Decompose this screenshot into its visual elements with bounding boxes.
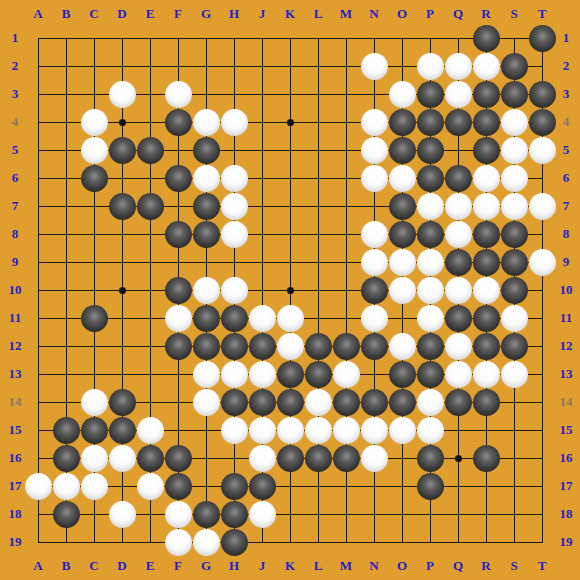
white-stone bbox=[165, 81, 192, 108]
white-stone bbox=[165, 305, 192, 332]
black-stone bbox=[137, 445, 164, 472]
row-label: 12 bbox=[5, 339, 25, 353]
white-stone bbox=[361, 53, 388, 80]
black-stone bbox=[445, 249, 472, 276]
black-stone bbox=[445, 305, 472, 332]
white-stone bbox=[193, 165, 220, 192]
white-stone bbox=[473, 53, 500, 80]
white-stone bbox=[389, 165, 416, 192]
row-label: 5 bbox=[556, 143, 576, 157]
column-label: F bbox=[168, 7, 188, 21]
black-stone bbox=[417, 109, 444, 136]
row-label: 4 bbox=[5, 115, 25, 129]
column-label: D bbox=[112, 559, 132, 573]
white-stone bbox=[361, 305, 388, 332]
column-label: R bbox=[476, 559, 496, 573]
column-label: H bbox=[224, 559, 244, 573]
column-label: P bbox=[420, 7, 440, 21]
hoshi-point bbox=[455, 455, 462, 462]
column-label: H bbox=[224, 7, 244, 21]
black-stone bbox=[417, 445, 444, 472]
black-stone bbox=[445, 109, 472, 136]
white-stone bbox=[361, 137, 388, 164]
white-stone bbox=[109, 445, 136, 472]
black-stone bbox=[473, 221, 500, 248]
column-label: D bbox=[112, 7, 132, 21]
white-stone bbox=[165, 501, 192, 528]
white-stone bbox=[193, 109, 220, 136]
column-label: M bbox=[336, 7, 356, 21]
black-stone bbox=[473, 25, 500, 52]
white-stone bbox=[333, 417, 360, 444]
black-stone bbox=[193, 221, 220, 248]
black-stone bbox=[305, 445, 332, 472]
black-stone bbox=[529, 25, 556, 52]
black-stone bbox=[501, 277, 528, 304]
black-stone bbox=[361, 389, 388, 416]
black-stone bbox=[109, 193, 136, 220]
column-label: N bbox=[364, 7, 384, 21]
white-stone bbox=[221, 193, 248, 220]
white-stone bbox=[417, 389, 444, 416]
row-label: 19 bbox=[5, 535, 25, 549]
white-stone bbox=[529, 249, 556, 276]
go-board[interactable]: ABCDEFGHJKLMNOPQRST ABCDEFGHJKLMNOPQRST … bbox=[0, 0, 580, 580]
white-stone bbox=[249, 361, 276, 388]
black-stone bbox=[473, 137, 500, 164]
white-stone bbox=[445, 277, 472, 304]
column-label: K bbox=[280, 7, 300, 21]
black-stone bbox=[305, 333, 332, 360]
white-stone bbox=[81, 389, 108, 416]
column-label: J bbox=[252, 7, 272, 21]
row-label: 11 bbox=[556, 311, 576, 325]
white-stone bbox=[417, 305, 444, 332]
row-label: 7 bbox=[5, 199, 25, 213]
black-stone bbox=[53, 417, 80, 444]
column-label: M bbox=[336, 559, 356, 573]
white-stone bbox=[361, 445, 388, 472]
black-stone bbox=[417, 137, 444, 164]
white-stone bbox=[81, 473, 108, 500]
column-label: P bbox=[420, 559, 440, 573]
column-label: C bbox=[84, 7, 104, 21]
black-stone bbox=[473, 249, 500, 276]
black-stone bbox=[81, 305, 108, 332]
white-stone bbox=[445, 333, 472, 360]
white-stone bbox=[417, 417, 444, 444]
black-stone bbox=[417, 361, 444, 388]
black-stone bbox=[417, 473, 444, 500]
column-label: B bbox=[56, 7, 76, 21]
white-stone bbox=[501, 361, 528, 388]
black-stone bbox=[333, 333, 360, 360]
black-stone bbox=[417, 333, 444, 360]
row-label: 11 bbox=[5, 311, 25, 325]
black-stone bbox=[389, 137, 416, 164]
white-stone bbox=[137, 473, 164, 500]
row-label: 15 bbox=[556, 423, 576, 437]
white-stone bbox=[445, 221, 472, 248]
column-label: S bbox=[504, 7, 524, 21]
column-label: B bbox=[56, 559, 76, 573]
black-stone bbox=[221, 501, 248, 528]
row-label: 3 bbox=[5, 87, 25, 101]
black-stone bbox=[445, 389, 472, 416]
column-label: L bbox=[308, 559, 328, 573]
column-label: Q bbox=[448, 7, 468, 21]
white-stone bbox=[473, 193, 500, 220]
black-stone bbox=[501, 221, 528, 248]
black-stone bbox=[221, 529, 248, 556]
black-stone bbox=[389, 361, 416, 388]
white-stone bbox=[361, 109, 388, 136]
white-stone bbox=[277, 305, 304, 332]
row-label: 3 bbox=[556, 87, 576, 101]
row-label: 15 bbox=[5, 423, 25, 437]
row-label: 9 bbox=[556, 255, 576, 269]
column-label: E bbox=[140, 559, 160, 573]
column-label: C bbox=[84, 559, 104, 573]
black-stone bbox=[333, 445, 360, 472]
column-label: O bbox=[392, 559, 412, 573]
black-stone bbox=[165, 221, 192, 248]
row-label: 10 bbox=[556, 283, 576, 297]
row-label: 13 bbox=[556, 367, 576, 381]
white-stone bbox=[445, 193, 472, 220]
row-label: 8 bbox=[5, 227, 25, 241]
black-stone bbox=[529, 109, 556, 136]
white-stone bbox=[193, 389, 220, 416]
column-label: N bbox=[364, 559, 384, 573]
row-label: 1 bbox=[5, 31, 25, 45]
white-stone bbox=[501, 109, 528, 136]
white-stone bbox=[389, 417, 416, 444]
black-stone bbox=[109, 389, 136, 416]
white-stone bbox=[221, 109, 248, 136]
column-label: R bbox=[476, 7, 496, 21]
black-stone bbox=[389, 193, 416, 220]
white-stone bbox=[81, 445, 108, 472]
black-stone bbox=[193, 501, 220, 528]
white-stone bbox=[361, 417, 388, 444]
black-stone bbox=[53, 501, 80, 528]
black-stone bbox=[277, 361, 304, 388]
black-stone bbox=[277, 389, 304, 416]
white-stone bbox=[389, 333, 416, 360]
row-label: 8 bbox=[556, 227, 576, 241]
column-label: J bbox=[252, 559, 272, 573]
white-stone bbox=[501, 165, 528, 192]
black-stone bbox=[389, 221, 416, 248]
row-label: 19 bbox=[556, 535, 576, 549]
black-stone bbox=[193, 333, 220, 360]
row-label: 17 bbox=[556, 479, 576, 493]
white-stone bbox=[249, 305, 276, 332]
black-stone bbox=[193, 305, 220, 332]
row-label: 5 bbox=[5, 143, 25, 157]
white-stone bbox=[473, 165, 500, 192]
black-stone bbox=[53, 445, 80, 472]
black-stone bbox=[165, 445, 192, 472]
black-stone bbox=[473, 333, 500, 360]
black-stone bbox=[165, 277, 192, 304]
white-stone bbox=[361, 165, 388, 192]
black-stone bbox=[473, 445, 500, 472]
hoshi-point bbox=[287, 287, 294, 294]
black-stone bbox=[165, 333, 192, 360]
black-stone bbox=[333, 389, 360, 416]
row-label: 16 bbox=[556, 451, 576, 465]
black-stone bbox=[389, 109, 416, 136]
white-stone bbox=[417, 53, 444, 80]
column-label: L bbox=[308, 7, 328, 21]
white-stone bbox=[221, 417, 248, 444]
row-label: 2 bbox=[5, 59, 25, 73]
row-label: 9 bbox=[5, 255, 25, 269]
black-stone bbox=[165, 165, 192, 192]
white-stone bbox=[81, 109, 108, 136]
white-stone bbox=[277, 333, 304, 360]
row-label: 14 bbox=[556, 395, 576, 409]
white-stone bbox=[221, 221, 248, 248]
black-stone bbox=[305, 361, 332, 388]
black-stone bbox=[193, 137, 220, 164]
white-stone bbox=[445, 53, 472, 80]
white-stone bbox=[417, 277, 444, 304]
hoshi-point bbox=[287, 119, 294, 126]
white-stone bbox=[221, 361, 248, 388]
black-stone bbox=[417, 221, 444, 248]
black-stone bbox=[165, 473, 192, 500]
white-stone bbox=[529, 193, 556, 220]
black-stone bbox=[417, 165, 444, 192]
white-stone bbox=[109, 81, 136, 108]
black-stone bbox=[249, 473, 276, 500]
row-label: 13 bbox=[5, 367, 25, 381]
white-stone bbox=[333, 361, 360, 388]
row-label: 6 bbox=[5, 171, 25, 185]
black-stone bbox=[501, 53, 528, 80]
column-label: F bbox=[168, 559, 188, 573]
black-stone bbox=[221, 333, 248, 360]
white-stone bbox=[221, 165, 248, 192]
row-label: 12 bbox=[556, 339, 576, 353]
column-label: T bbox=[532, 7, 552, 21]
white-stone bbox=[193, 529, 220, 556]
black-stone bbox=[221, 389, 248, 416]
white-stone bbox=[221, 277, 248, 304]
column-label: O bbox=[392, 7, 412, 21]
column-label: K bbox=[280, 559, 300, 573]
column-label: E bbox=[140, 7, 160, 21]
white-stone bbox=[305, 417, 332, 444]
white-stone bbox=[529, 137, 556, 164]
black-stone bbox=[109, 137, 136, 164]
white-stone bbox=[109, 501, 136, 528]
row-label: 10 bbox=[5, 283, 25, 297]
black-stone bbox=[473, 305, 500, 332]
black-stone bbox=[165, 109, 192, 136]
white-stone bbox=[361, 221, 388, 248]
white-stone bbox=[501, 137, 528, 164]
row-label: 14 bbox=[5, 395, 25, 409]
white-stone bbox=[501, 305, 528, 332]
white-stone bbox=[389, 81, 416, 108]
white-stone bbox=[277, 417, 304, 444]
column-label: G bbox=[196, 7, 216, 21]
black-stone bbox=[473, 389, 500, 416]
white-stone bbox=[445, 81, 472, 108]
row-label: 4 bbox=[556, 115, 576, 129]
black-stone bbox=[473, 109, 500, 136]
black-stone bbox=[277, 445, 304, 472]
black-stone bbox=[137, 137, 164, 164]
row-label: 6 bbox=[556, 171, 576, 185]
column-label: Q bbox=[448, 559, 468, 573]
white-stone bbox=[193, 277, 220, 304]
column-label: A bbox=[28, 559, 48, 573]
white-stone bbox=[249, 501, 276, 528]
black-stone bbox=[193, 193, 220, 220]
white-stone bbox=[389, 249, 416, 276]
black-stone bbox=[137, 193, 164, 220]
hoshi-point bbox=[119, 119, 126, 126]
white-stone bbox=[249, 445, 276, 472]
white-stone bbox=[25, 473, 52, 500]
black-stone bbox=[529, 81, 556, 108]
white-stone bbox=[501, 193, 528, 220]
black-stone bbox=[501, 81, 528, 108]
black-stone bbox=[445, 165, 472, 192]
white-stone bbox=[361, 249, 388, 276]
black-stone bbox=[389, 389, 416, 416]
row-label: 18 bbox=[5, 507, 25, 521]
row-label: 1 bbox=[556, 31, 576, 45]
black-stone bbox=[501, 249, 528, 276]
white-stone bbox=[193, 361, 220, 388]
row-label: 17 bbox=[5, 479, 25, 493]
white-stone bbox=[417, 249, 444, 276]
black-stone bbox=[361, 333, 388, 360]
hoshi-point bbox=[119, 287, 126, 294]
column-label: S bbox=[504, 559, 524, 573]
black-stone bbox=[109, 417, 136, 444]
black-stone bbox=[221, 473, 248, 500]
white-stone bbox=[249, 417, 276, 444]
white-stone bbox=[417, 193, 444, 220]
row-label: 18 bbox=[556, 507, 576, 521]
black-stone bbox=[361, 277, 388, 304]
white-stone bbox=[473, 277, 500, 304]
row-label: 2 bbox=[556, 59, 576, 73]
white-stone bbox=[53, 473, 80, 500]
black-stone bbox=[249, 333, 276, 360]
black-stone bbox=[221, 305, 248, 332]
white-stone bbox=[445, 361, 472, 388]
black-stone bbox=[501, 333, 528, 360]
black-stone bbox=[81, 165, 108, 192]
column-label: A bbox=[28, 7, 48, 21]
row-label: 16 bbox=[5, 451, 25, 465]
black-stone bbox=[417, 81, 444, 108]
white-stone bbox=[81, 137, 108, 164]
row-label: 7 bbox=[556, 199, 576, 213]
white-stone bbox=[473, 361, 500, 388]
white-stone bbox=[389, 277, 416, 304]
black-stone bbox=[81, 417, 108, 444]
white-stone bbox=[137, 417, 164, 444]
black-stone bbox=[473, 81, 500, 108]
white-stone bbox=[165, 529, 192, 556]
black-stone bbox=[249, 389, 276, 416]
column-label: T bbox=[532, 559, 552, 573]
column-label: G bbox=[196, 559, 216, 573]
white-stone bbox=[305, 389, 332, 416]
